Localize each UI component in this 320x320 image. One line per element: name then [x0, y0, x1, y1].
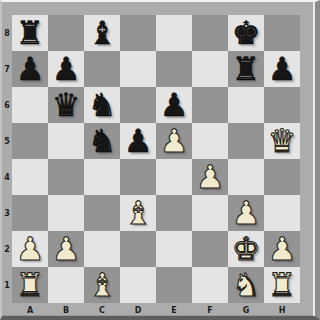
square-e1[interactable]	[156, 267, 192, 303]
square-e6[interactable]: ♟	[156, 87, 192, 123]
file-label-e: E	[156, 303, 192, 317]
black-bishop-c8[interactable]: ♝	[88, 15, 117, 51]
square-a6[interactable]	[12, 87, 48, 123]
rank-label-1: 1	[2, 267, 12, 303]
square-b7[interactable]: ♟	[48, 51, 84, 87]
square-e2[interactable]	[156, 231, 192, 267]
black-pawn-a7[interactable]: ♟	[16, 51, 45, 87]
white-queen-h5[interactable]: ♛	[268, 123, 297, 159]
white-king-g2[interactable]: ♚	[232, 231, 261, 267]
square-g6[interactable]	[228, 87, 264, 123]
square-f2[interactable]	[192, 231, 228, 267]
white-pawn-e5[interactable]: ♟	[160, 123, 189, 159]
square-d6[interactable]	[120, 87, 156, 123]
square-h1[interactable]: ♜	[264, 267, 300, 303]
square-a8[interactable]: ♜	[12, 15, 48, 51]
rank-label-2: 2	[2, 231, 12, 267]
file-label-d: D	[120, 303, 156, 317]
square-d4[interactable]	[120, 159, 156, 195]
square-b4[interactable]	[48, 159, 84, 195]
square-e7[interactable]	[156, 51, 192, 87]
square-h7[interactable]: ♟	[264, 51, 300, 87]
square-g1[interactable]: ♞	[228, 267, 264, 303]
file-label-c: C	[84, 303, 120, 317]
square-c3[interactable]	[84, 195, 120, 231]
rank-label-3: 3	[2, 195, 12, 231]
white-pawn-h2[interactable]: ♟	[268, 231, 297, 267]
square-h5[interactable]: ♛	[264, 123, 300, 159]
rank-label-7: 7	[2, 51, 12, 87]
rank-label-6: 6	[2, 87, 12, 123]
black-rook-a8[interactable]: ♜	[16, 15, 45, 51]
white-bishop-c1[interactable]: ♝	[88, 267, 117, 303]
square-b8[interactable]	[48, 15, 84, 51]
square-h6[interactable]	[264, 87, 300, 123]
square-d7[interactable]	[120, 51, 156, 87]
square-c7[interactable]	[84, 51, 120, 87]
chess-board[interactable]: ♜♝♚♟♟♜♟♛♞♟♞♟♟♛♟♝♟♟♟♚♟♜♝♞♜	[12, 15, 300, 303]
white-rook-h1[interactable]: ♜	[268, 267, 297, 303]
square-a1[interactable]: ♜	[12, 267, 48, 303]
file-label-b: B	[48, 303, 84, 317]
square-a4[interactable]	[12, 159, 48, 195]
square-e5[interactable]: ♟	[156, 123, 192, 159]
square-f8[interactable]	[192, 15, 228, 51]
rank-labels: 87654321	[2, 15, 12, 303]
file-label-a: A	[12, 303, 48, 317]
square-g3[interactable]: ♟	[228, 195, 264, 231]
black-pawn-b7[interactable]: ♟	[52, 51, 81, 87]
square-f3[interactable]	[192, 195, 228, 231]
white-pawn-f4[interactable]: ♟	[196, 159, 225, 195]
black-pawn-d5[interactable]: ♟	[124, 123, 153, 159]
square-c5[interactable]: ♞	[84, 123, 120, 159]
square-b3[interactable]	[48, 195, 84, 231]
black-knight-c5[interactable]: ♞	[88, 123, 117, 159]
black-queen-b6[interactable]: ♛	[52, 87, 81, 123]
file-labels: ABCDEFGH	[12, 303, 300, 317]
black-rook-g7[interactable]: ♜	[232, 51, 261, 87]
black-king-g8[interactable]: ♚	[232, 15, 261, 51]
white-bishop-d3[interactable]: ♝	[124, 195, 153, 231]
square-d3[interactable]: ♝	[120, 195, 156, 231]
square-a2[interactable]: ♟	[12, 231, 48, 267]
square-c8[interactable]: ♝	[84, 15, 120, 51]
white-rook-a1[interactable]: ♜	[16, 267, 45, 303]
file-label-f: F	[192, 303, 228, 317]
square-g4[interactable]	[228, 159, 264, 195]
square-c2[interactable]	[84, 231, 120, 267]
square-f7[interactable]	[192, 51, 228, 87]
square-h4[interactable]	[264, 159, 300, 195]
rank-label-8: 8	[2, 15, 12, 51]
square-a3[interactable]	[12, 195, 48, 231]
square-f5[interactable]	[192, 123, 228, 159]
square-b5[interactable]	[48, 123, 84, 159]
white-pawn-b2[interactable]: ♟	[52, 231, 81, 267]
rank-label-5: 5	[2, 123, 12, 159]
square-e8[interactable]	[156, 15, 192, 51]
file-label-g: G	[228, 303, 264, 317]
chess-board-frame: 87654321 ♜♝♚♟♟♜♟♛♞♟♞♟♟♛♟♝♟♟♟♚♟♜♝♞♜ ABCDE…	[0, 0, 320, 320]
white-knight-g1[interactable]: ♞	[232, 267, 261, 303]
square-d1[interactable]	[120, 267, 156, 303]
square-b2[interactable]: ♟	[48, 231, 84, 267]
black-pawn-h7[interactable]: ♟	[268, 51, 297, 87]
square-h2[interactable]: ♟	[264, 231, 300, 267]
black-pawn-e6[interactable]: ♟	[160, 87, 189, 123]
square-g5[interactable]	[228, 123, 264, 159]
square-h8[interactable]	[264, 15, 300, 51]
square-c6[interactable]: ♞	[84, 87, 120, 123]
square-g7[interactable]: ♜	[228, 51, 264, 87]
square-a5[interactable]	[12, 123, 48, 159]
square-f6[interactable]	[192, 87, 228, 123]
square-e4[interactable]	[156, 159, 192, 195]
square-f4[interactable]: ♟	[192, 159, 228, 195]
square-a7[interactable]: ♟	[12, 51, 48, 87]
square-g2[interactable]: ♚	[228, 231, 264, 267]
square-b1[interactable]	[48, 267, 84, 303]
square-f1[interactable]	[192, 267, 228, 303]
black-knight-c6[interactable]: ♞	[88, 87, 117, 123]
file-label-h: H	[264, 303, 300, 317]
square-d5[interactable]: ♟	[120, 123, 156, 159]
square-e3[interactable]	[156, 195, 192, 231]
square-b6[interactable]: ♛	[48, 87, 84, 123]
square-d8[interactable]	[120, 15, 156, 51]
square-h3[interactable]	[264, 195, 300, 231]
white-pawn-a2[interactable]: ♟	[16, 231, 45, 267]
white-pawn-g3[interactable]: ♟	[232, 195, 261, 231]
square-d2[interactable]	[120, 231, 156, 267]
rank-label-4: 4	[2, 159, 12, 195]
square-c1[interactable]: ♝	[84, 267, 120, 303]
square-c4[interactable]	[84, 159, 120, 195]
square-g8[interactable]: ♚	[228, 15, 264, 51]
